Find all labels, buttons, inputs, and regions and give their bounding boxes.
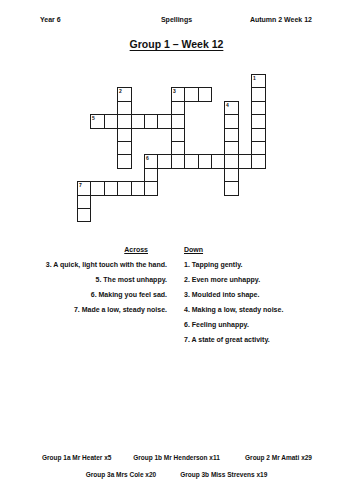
header-term-label: Autumn 2 Week 12: [250, 16, 312, 23]
crossword-cell-r6c6: [157, 154, 172, 169]
clue-number-6: 6: [146, 156, 149, 161]
crossword-cell-r4c11: [224, 128, 239, 142]
crossword-cell-r2c13: [251, 101, 266, 115]
page-title: Group 1 – Week 12: [0, 38, 353, 50]
crossword-cell-r6c11: [224, 154, 239, 169]
crossword-cell-r2c7: [171, 101, 185, 115]
across-clues-section: Across 3. A quick, light touch with the …: [0, 242, 167, 317]
down-clue-6: 6. Feeling unhappy.: [184, 317, 283, 332]
footer-group-3a: Group 3a Mrs Cole x20: [86, 471, 156, 478]
across-clues-list: 3. A quick, light touch with the hand.5.…: [0, 257, 167, 317]
footer-group-3b: Group 3b Miss Strevens x19: [180, 471, 267, 478]
down-header: Down: [184, 242, 283, 257]
down-clues-list: 1. Tapping gently.2. Even more unhappy.3…: [184, 257, 283, 347]
crossword-cell-r3c13: [251, 114, 266, 129]
across-clue-7: 7. Made a low, steady noise.: [0, 302, 167, 317]
crossword-cell-r8c1: [90, 181, 105, 196]
crossword-cell-r4c7: [171, 128, 185, 142]
crossword-cell-r6c3: [117, 154, 132, 169]
crossword-cell-r8c3: [117, 181, 132, 196]
crossword-cell-r3c3: [117, 114, 132, 129]
crossword-cell-r6c13: [251, 154, 266, 169]
crossword-cell-r4c13: [251, 128, 266, 142]
down-clues-section: Down 1. Tapping gently.2. Even more unha…: [184, 242, 283, 347]
crossword-cell-r7c5: [144, 168, 158, 182]
crossword-cell-r5c3: [117, 141, 132, 155]
crossword-cell-r3c4: [131, 114, 145, 129]
crossword-cell-r5c11: [224, 141, 239, 155]
footer-group-2: Group 2 Mr Amati x29: [245, 454, 312, 461]
down-clue-4: 4. Making a low, steady noise.: [184, 302, 283, 317]
clue-number-5: 5: [92, 116, 95, 121]
crossword-cell-r6c9: [198, 154, 212, 169]
across-clue-6: 6. Making you feel sad.: [0, 287, 167, 302]
footer-row-2: Group 3a Mrs Cole x20 Group 3b Miss Stre…: [0, 471, 353, 478]
crossword-cell-r1c9: [198, 87, 212, 102]
crossword-cell-r6c12: [238, 154, 252, 169]
clue-number-2: 2: [119, 89, 122, 94]
crossword-cell-r5c7: [171, 141, 185, 155]
down-clue-1: 1. Tapping gently.: [184, 257, 283, 272]
down-clue-3: 3. Moulded into shape.: [184, 287, 283, 302]
clue-number-4: 4: [226, 103, 229, 108]
crossword-grid: 1234567: [77, 74, 266, 223]
crossword-cell-r3c7: [171, 114, 185, 129]
crossword-cell-r1c13: [251, 87, 266, 102]
crossword-cell-r7c11: [224, 168, 239, 182]
across-clue-3: 3. A quick, light touch with the hand.: [0, 257, 167, 272]
across-clue-5: 5. The most unhappy.: [0, 272, 167, 287]
crossword-cell-r1c8: [184, 87, 199, 102]
crossword-cell-r6c7: [171, 154, 185, 169]
crossword-cell-r3c11: [224, 114, 239, 129]
worksheet-page: Year 6 Spellings Autumn 2 Week 12 Group …: [0, 0, 353, 500]
crossword-cell-r6c8: [184, 154, 199, 169]
clue-number-3: 3: [173, 89, 176, 94]
crossword-cell-r5c13: [251, 141, 266, 155]
crossword-cell-r9c0: [77, 195, 91, 209]
clue-number-7: 7: [79, 183, 82, 188]
crossword-cell-r4c3: [117, 128, 132, 142]
down-clue-2: 2. Even more unhappy.: [184, 272, 283, 287]
crossword-cell-r3c2: [104, 114, 118, 129]
crossword-cell-r6c10: [211, 154, 225, 169]
clue-number-1: 1: [253, 76, 256, 81]
crossword-cell-r3c6: [157, 114, 172, 129]
crossword-cell-r2c3: [117, 101, 132, 115]
crossword-cell-r8c11: [224, 181, 239, 196]
crossword-cell-r3c5: [144, 114, 158, 129]
crossword-cell-r8c5: [144, 181, 158, 196]
crossword-cell-r8c4: [131, 181, 145, 196]
across-header: Across: [0, 242, 167, 257]
crossword-cell-r10c0: [77, 208, 91, 222]
down-clue-7: 7. A state of great activity.: [184, 332, 283, 347]
crossword-cell-r8c2: [104, 181, 118, 196]
